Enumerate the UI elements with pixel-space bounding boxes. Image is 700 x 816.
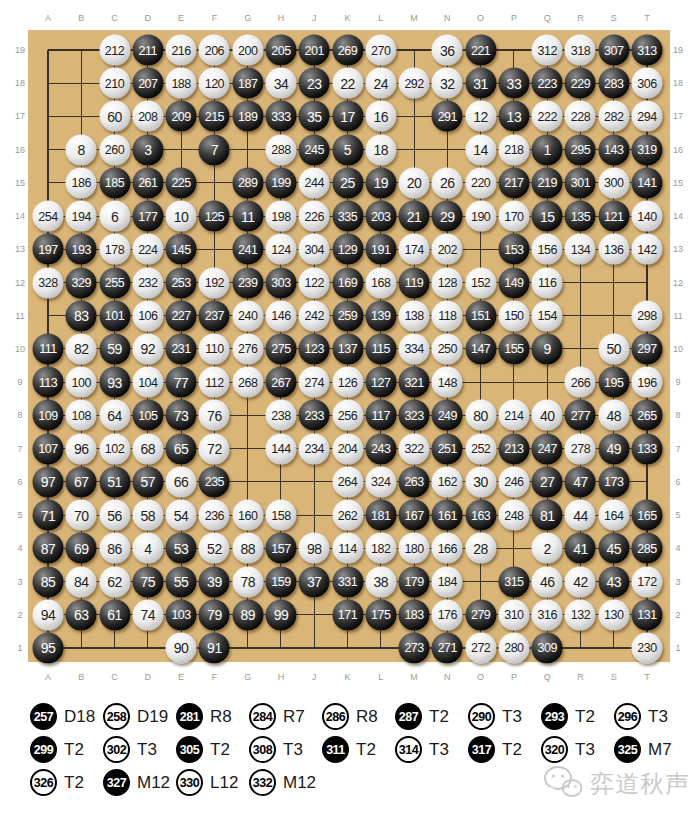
coord-bottom-C: C — [111, 673, 118, 682]
stone-black-D14: 177 — [132, 201, 163, 232]
stone-white-E5: 54 — [166, 500, 197, 531]
stone-black-C11: 101 — [99, 300, 130, 331]
move-number: 93 — [107, 374, 122, 390]
stone-white-C7: 102 — [99, 433, 130, 464]
stone-white-T3: 172 — [632, 566, 663, 597]
stone-white-F18: 120 — [199, 68, 230, 99]
move-number: 333 — [271, 109, 290, 123]
stone-black-A6: 97 — [33, 466, 64, 497]
stone-white-C5: 56 — [99, 500, 130, 531]
stone-black-Q5: 81 — [532, 500, 563, 531]
move-number: 123 — [305, 342, 324, 356]
coord-top-N: N — [444, 14, 451, 23]
coord-bottom-R: R — [577, 673, 584, 682]
stone-white-O7: 252 — [465, 433, 496, 464]
stone-black-L5: 181 — [365, 500, 396, 531]
stone-white-C14: 6 — [99, 201, 130, 232]
coord-right-1: 1 — [675, 643, 680, 652]
stone-white-H14: 198 — [265, 201, 296, 232]
stone-white-D7: 68 — [132, 433, 163, 464]
coord-left-18: 18 — [15, 79, 25, 88]
stone-white-F5: 236 — [199, 500, 230, 531]
move-number: 176 — [438, 608, 457, 622]
stone-black-K15: 25 — [332, 167, 363, 198]
move-number: 240 — [238, 309, 257, 323]
stone-black-O2: 279 — [465, 599, 496, 630]
move-number: 65 — [174, 441, 189, 457]
stone-white-T17: 294 — [632, 101, 663, 132]
stone-black-O10: 147 — [465, 333, 496, 364]
stone-white-F4: 52 — [199, 533, 230, 564]
move-number: 313 — [637, 43, 656, 57]
move-number: 113 — [39, 375, 57, 389]
move-number: 222 — [538, 109, 557, 123]
move-number: 177 — [138, 209, 157, 223]
coord-right-14: 14 — [673, 212, 683, 221]
move-number: 242 — [305, 309, 324, 323]
stone-black-P10: 155 — [498, 333, 529, 364]
move-number: 282 — [604, 109, 623, 123]
move-number: 108 — [72, 408, 91, 422]
coord-left-4: 4 — [17, 544, 22, 553]
move-number: 147 — [471, 342, 490, 356]
stone-white-J15: 244 — [299, 167, 330, 198]
move-number: 95 — [41, 640, 56, 656]
move-number: 291 — [438, 109, 457, 123]
stone-black-A5: 71 — [33, 500, 64, 531]
stone-black-K2: 171 — [332, 599, 363, 630]
move-number: 233 — [305, 408, 324, 422]
stone-white-K6: 264 — [332, 466, 363, 497]
move-number: 316 — [538, 608, 557, 622]
move-number: 57 — [141, 474, 156, 490]
move-number: 128 — [438, 276, 457, 290]
coord-bottom-J: J — [312, 673, 317, 682]
stone-black-H2: 99 — [265, 599, 296, 630]
stone-white-P16: 218 — [498, 134, 529, 165]
stone-black-A9: 113 — [33, 367, 64, 398]
coord-top-R: R — [577, 14, 584, 23]
move-number: 245 — [305, 143, 324, 157]
move-number: 256 — [338, 408, 357, 422]
stone-black-M14: 21 — [399, 201, 430, 232]
coord-left-19: 19 — [15, 46, 25, 55]
move-number: 247 — [538, 442, 557, 456]
stone-white-C4: 86 — [99, 533, 130, 564]
stone-black-E12: 253 — [166, 267, 197, 298]
move-number: 62 — [107, 574, 122, 590]
stone-white-S5: 164 — [598, 500, 629, 531]
move-number: 97 — [41, 474, 56, 490]
coord-bottom-T: T — [644, 673, 650, 682]
move-number: 335 — [338, 209, 357, 223]
stone-black-T10: 297 — [632, 333, 663, 364]
stone-white-K18: 22 — [332, 68, 363, 99]
coord-right-17: 17 — [673, 112, 683, 121]
move-number: 116 — [538, 276, 556, 290]
move-number: 156 — [538, 242, 557, 256]
move-number: 278 — [571, 442, 590, 456]
coord-right-16: 16 — [673, 145, 683, 154]
move-number: 273 — [404, 641, 423, 655]
stone-white-N4: 166 — [432, 533, 463, 564]
stone-white-M10: 334 — [399, 333, 430, 364]
stone-white-L16: 18 — [365, 134, 396, 165]
move-number: 130 — [604, 608, 623, 622]
stone-white-O14: 190 — [465, 201, 496, 232]
move-number: 27 — [540, 474, 555, 490]
move-number: 82 — [74, 341, 89, 357]
move-number: 76 — [207, 407, 222, 423]
move-number: 155 — [504, 342, 523, 356]
stone-white-Q17: 222 — [532, 101, 563, 132]
move-number: 321 — [404, 375, 423, 389]
move-number: 173 — [604, 475, 623, 489]
move-number: 85 — [41, 574, 56, 590]
move-number: 63 — [74, 607, 89, 623]
stone-white-C13: 178 — [99, 234, 130, 265]
stone-black-D8: 105 — [132, 400, 163, 431]
annotation-row-2: 299T2302T3305T2308T3311T2314T3317T2320T3… — [30, 733, 690, 766]
stone-black-C9: 93 — [99, 367, 130, 398]
annotation-item: 325M7 — [614, 736, 687, 763]
move-number: 198 — [271, 209, 290, 223]
move-number: 163 — [471, 508, 490, 522]
move-number: 81 — [540, 507, 555, 523]
move-number: 225 — [171, 176, 190, 190]
move-number: 211 — [139, 43, 157, 57]
move-number: 260 — [105, 143, 124, 157]
stone-white-D4: 4 — [132, 533, 163, 564]
stone-white-T1: 230 — [632, 632, 663, 663]
stone-black-A8: 109 — [33, 400, 64, 431]
move-number: 264 — [338, 475, 357, 489]
move-number: 297 — [637, 342, 656, 356]
move-number: 228 — [571, 109, 590, 123]
stone-black-D18: 207 — [132, 68, 163, 99]
stone-black-G14: 11 — [232, 201, 263, 232]
caption-stone-white-332: 332 — [249, 769, 276, 796]
stone-black-C15: 185 — [99, 167, 130, 198]
annotation-item: 308T3 — [249, 736, 322, 763]
caption-stone-white-296: 296 — [614, 703, 641, 730]
move-number: 151 — [471, 309, 490, 323]
move-number: 120 — [205, 76, 224, 90]
stone-white-S17: 282 — [598, 101, 629, 132]
move-number: 16 — [374, 108, 389, 124]
stone-black-R8: 277 — [565, 400, 596, 431]
coord-top-K: K — [345, 14, 351, 23]
stone-black-Q1: 309 — [532, 632, 563, 663]
move-number: 206 — [205, 43, 224, 57]
move-number: 254 — [38, 209, 57, 223]
move-number: 227 — [171, 309, 190, 323]
move-number: 12 — [473, 108, 488, 124]
move-number: 234 — [305, 442, 324, 456]
move-number: 67 — [74, 474, 89, 490]
stone-white-H18: 34 — [265, 68, 296, 99]
stone-white-L17: 16 — [365, 101, 396, 132]
move-number: 145 — [171, 242, 190, 256]
move-number: 223 — [538, 76, 557, 90]
coord-top-M: M — [410, 14, 418, 23]
stone-black-F11: 237 — [199, 300, 230, 331]
stone-white-O1: 272 — [465, 632, 496, 663]
move-number: 259 — [338, 309, 357, 323]
move-number: 14 — [473, 142, 488, 158]
move-number: 219 — [538, 176, 557, 190]
stone-white-D5: 58 — [132, 500, 163, 531]
move-number: 207 — [138, 76, 157, 90]
annotation-item: 296T3 — [614, 703, 687, 730]
move-number: 307 — [604, 43, 623, 57]
stone-white-B9: 100 — [66, 367, 97, 398]
wechat-icon — [542, 764, 584, 804]
stone-black-Q7: 247 — [532, 433, 563, 464]
coord-bottom-K: K — [345, 673, 351, 682]
stone-black-D15: 261 — [132, 167, 163, 198]
stone-white-G5: 160 — [232, 500, 263, 531]
move-number: 204 — [338, 442, 357, 456]
stone-white-E1: 90 — [166, 632, 197, 663]
coord-bottom-L: L — [378, 673, 383, 682]
move-number: 315 — [504, 575, 523, 589]
coord-top-C: C — [111, 14, 118, 23]
move-number: 64 — [107, 407, 122, 423]
move-number: 40 — [540, 407, 555, 423]
stone-black-T16: 319 — [632, 134, 663, 165]
move-number: 139 — [371, 309, 390, 323]
stone-black-P15: 217 — [498, 167, 529, 198]
caption-stone-black-299: 299 — [30, 736, 57, 763]
stone-white-D2: 74 — [132, 599, 163, 630]
coord-right-10: 10 — [673, 344, 683, 353]
move-number: 272 — [471, 641, 490, 655]
move-number: 109 — [38, 408, 57, 422]
stone-white-C3: 62 — [99, 566, 130, 597]
stone-white-L18: 24 — [365, 68, 396, 99]
coord-right-6: 6 — [675, 477, 680, 486]
caption-stone-white-314: 314 — [395, 736, 422, 763]
stone-white-L3: 38 — [365, 566, 396, 597]
move-number: 205 — [271, 43, 290, 57]
move-number: 20 — [407, 175, 422, 191]
move-number: 303 — [271, 276, 290, 290]
move-number: 269 — [338, 43, 357, 57]
stone-black-R18: 229 — [565, 68, 596, 99]
stone-black-J18: 23 — [299, 68, 330, 99]
stone-black-M5: 167 — [399, 500, 430, 531]
coord-left-16: 16 — [15, 145, 25, 154]
stone-black-H17: 333 — [265, 101, 296, 132]
move-number: 212 — [105, 43, 124, 57]
stone-white-N3: 184 — [432, 566, 463, 597]
move-number: 142 — [637, 242, 656, 256]
move-number: 103 — [171, 608, 190, 622]
stone-black-P3: 315 — [498, 566, 529, 597]
stone-black-E2: 103 — [166, 599, 197, 630]
stone-white-S15: 300 — [598, 167, 629, 198]
stone-white-O17: 12 — [465, 101, 496, 132]
move-number: 44 — [573, 507, 588, 523]
move-number: 74 — [141, 607, 156, 623]
stone-white-M15: 20 — [399, 167, 430, 198]
stone-white-C18: 210 — [99, 68, 130, 99]
stone-white-P1: 280 — [498, 632, 529, 663]
stone-white-Q2: 316 — [532, 599, 563, 630]
move-number: 43 — [606, 574, 621, 590]
move-number: 112 — [205, 375, 223, 389]
coord-right-15: 15 — [673, 178, 683, 187]
stone-white-H13: 124 — [265, 234, 296, 265]
stone-black-P18: 33 — [498, 68, 529, 99]
stone-black-F3: 39 — [199, 566, 230, 597]
stone-white-H8: 238 — [265, 400, 296, 431]
stone-black-N8: 249 — [432, 400, 463, 431]
move-number: 131 — [637, 608, 656, 622]
move-number: 300 — [604, 176, 623, 190]
move-number: 253 — [171, 276, 190, 290]
move-number: 218 — [504, 143, 523, 157]
stone-black-J17: 35 — [299, 101, 330, 132]
stone-white-A14: 254 — [33, 201, 64, 232]
coord-left-1: 1 — [17, 643, 22, 652]
stone-black-M12: 119 — [399, 267, 430, 298]
stone-black-N5: 161 — [432, 500, 463, 531]
stone-black-G12: 239 — [232, 267, 263, 298]
caption-point-label: D18 — [64, 707, 95, 727]
move-number: 209 — [171, 109, 190, 123]
stone-white-Q3: 46 — [532, 566, 563, 597]
stone-white-D10: 92 — [132, 333, 163, 364]
stone-black-F14: 125 — [199, 201, 230, 232]
move-number: 246 — [504, 475, 523, 489]
move-number: 99 — [274, 607, 289, 623]
stone-white-D17: 208 — [132, 101, 163, 132]
move-number: 183 — [404, 608, 423, 622]
stone-white-R2: 132 — [565, 599, 596, 630]
move-number: 191 — [371, 242, 390, 256]
move-number: 197 — [38, 242, 57, 256]
stone-black-L13: 191 — [365, 234, 396, 265]
stone-black-N1: 271 — [432, 632, 463, 663]
stone-black-Q6: 27 — [532, 466, 563, 497]
move-number: 203 — [371, 209, 390, 223]
move-number: 91 — [207, 640, 222, 656]
stone-black-D6: 57 — [132, 466, 163, 497]
move-number: 216 — [171, 43, 190, 57]
move-number: 80 — [473, 407, 488, 423]
move-number: 24 — [374, 75, 389, 91]
move-number: 318 — [571, 43, 590, 57]
move-number: 111 — [39, 342, 57, 356]
move-number: 229 — [571, 76, 590, 90]
stone-black-H10: 275 — [265, 333, 296, 364]
stone-black-O19: 221 — [465, 35, 496, 66]
move-number: 182 — [371, 541, 390, 555]
move-number: 294 — [637, 109, 656, 123]
move-number: 79 — [207, 607, 222, 623]
move-number: 137 — [338, 342, 357, 356]
move-number: 267 — [271, 375, 290, 389]
stone-white-T13: 142 — [632, 234, 663, 265]
move-number: 15 — [540, 208, 555, 224]
move-number: 39 — [207, 574, 222, 590]
stone-black-F16: 7 — [199, 134, 230, 165]
move-number: 58 — [141, 507, 156, 523]
move-number: 192 — [205, 276, 224, 290]
coord-left-14: 14 — [15, 212, 25, 221]
move-number: 4 — [144, 540, 151, 556]
move-number: 26 — [440, 175, 455, 191]
stone-white-H5: 158 — [265, 500, 296, 531]
coord-top-H: H — [278, 14, 285, 23]
annotation-item: 257D18 — [30, 703, 103, 730]
move-number: 199 — [271, 176, 290, 190]
caption-stone-black-317: 317 — [468, 736, 495, 763]
annotation-item: 330L12 — [176, 769, 249, 796]
move-number: 135 — [571, 209, 590, 223]
stone-black-L11: 139 — [365, 300, 396, 331]
stone-black-A3: 85 — [33, 566, 64, 597]
move-number: 265 — [637, 408, 656, 422]
stone-white-R13: 134 — [565, 234, 596, 265]
move-number: 146 — [271, 309, 290, 323]
move-number: 175 — [371, 608, 390, 622]
stone-white-S8: 48 — [598, 400, 629, 431]
move-number: 127 — [371, 375, 390, 389]
stone-white-O16: 14 — [465, 134, 496, 165]
coord-top-L: L — [378, 14, 383, 23]
move-number: 117 — [372, 408, 390, 422]
move-number: 243 — [371, 442, 390, 456]
stone-black-E9: 77 — [166, 367, 197, 398]
move-number: 53 — [174, 540, 189, 556]
stone-white-K8: 256 — [332, 400, 363, 431]
stone-white-R9: 266 — [565, 367, 596, 398]
coord-left-8: 8 — [17, 411, 22, 420]
stone-white-O15: 220 — [465, 167, 496, 198]
move-number: 46 — [540, 574, 555, 590]
stone-white-T11: 298 — [632, 300, 663, 331]
caption-point-label: T3 — [429, 740, 449, 760]
coord-top-A: A — [45, 14, 51, 23]
stone-black-J16: 245 — [299, 134, 330, 165]
move-number: 7 — [211, 142, 218, 158]
annotation-item: 284R7 — [249, 703, 322, 730]
stone-white-O8: 80 — [465, 400, 496, 431]
stone-white-P11: 150 — [498, 300, 529, 331]
stone-white-A12: 328 — [33, 267, 64, 298]
stone-black-J8: 233 — [299, 400, 330, 431]
stone-white-S2: 130 — [598, 599, 629, 630]
move-number: 174 — [404, 242, 423, 256]
move-number: 230 — [637, 641, 656, 655]
coord-left-13: 13 — [15, 245, 25, 254]
stone-black-M8: 323 — [399, 400, 430, 431]
coord-right-3: 3 — [675, 577, 680, 586]
stone-black-Q16: 1 — [532, 134, 563, 165]
move-number: 202 — [438, 242, 457, 256]
move-number: 28 — [473, 540, 488, 556]
coord-top-Q: Q — [544, 14, 551, 23]
move-number: 188 — [171, 76, 190, 90]
stone-black-E15: 225 — [166, 167, 197, 198]
stone-black-L8: 117 — [365, 400, 396, 431]
stone-black-T15: 141 — [632, 167, 663, 198]
stone-white-G4: 88 — [232, 533, 263, 564]
stone-white-H7: 144 — [265, 433, 296, 464]
